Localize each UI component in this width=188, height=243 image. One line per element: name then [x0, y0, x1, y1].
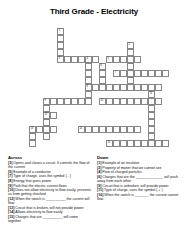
- grid-cell[interactable]: [120, 70, 127, 77]
- grid-cell[interactable]: [162, 70, 169, 77]
- grid-cell[interactable]: [148, 70, 155, 77]
- clue-item: [6] Charges that are the ______________ …: [97, 175, 184, 183]
- grid-cell[interactable]: [113, 126, 120, 133]
- clue-item: [11] Type of charge, uses the symbol ( +…: [97, 188, 184, 192]
- clue-text: Energy that gives power: [13, 179, 51, 183]
- clue-text: Property of matter that we cannot see: [102, 166, 161, 170]
- grid-cell[interactable]: [106, 84, 113, 91]
- clue-text: Type of charge, uses the symbol ( + ): [104, 188, 162, 192]
- grid-cell[interactable]: 3: [57, 56, 64, 63]
- grid-cell[interactable]: 15: [106, 140, 113, 147]
- grid-cell[interactable]: [43, 133, 50, 140]
- clue-item: [8] Energy that gives power: [8, 179, 91, 183]
- crossword-page: Third Grade - Electricity 12345678119101…: [0, 0, 188, 243]
- clue-text: Circuit that is broken, will not provide…: [15, 206, 83, 210]
- grid-cell[interactable]: [155, 140, 162, 147]
- grid-cell[interactable]: 11: [148, 91, 155, 98]
- grid-cell[interactable]: [113, 56, 120, 63]
- clue-item: [14] Allows electricity to flow easily: [8, 210, 91, 214]
- grid-cell[interactable]: [127, 126, 134, 133]
- grid-cell[interactable]: [50, 98, 57, 105]
- across-list: [3] Opens and closes a circuit. It contr…: [8, 161, 91, 223]
- grid-cell[interactable]: [85, 126, 92, 133]
- grid-cell[interactable]: [92, 56, 99, 63]
- clue-item: [5] Example of a conductor: [8, 170, 91, 174]
- grid-cell[interactable]: [99, 126, 106, 133]
- grid-cell[interactable]: [92, 126, 99, 133]
- clues-section: Across [3] Opens and closes a circuit. I…: [0, 155, 188, 224]
- grid-cell[interactable]: [64, 98, 71, 105]
- clue-number: 4: [86, 57, 87, 60]
- grid-cell[interactable]: [99, 70, 106, 77]
- clue-item: [10] Does not allow electricity to flow …: [8, 188, 91, 196]
- clue-item: [1] Example of an insulator: [97, 161, 184, 165]
- grid-cell[interactable]: [148, 133, 155, 140]
- grid-cell[interactable]: [92, 84, 99, 91]
- clue-number: 10: [100, 99, 103, 102]
- grid-cell[interactable]: [141, 84, 148, 91]
- grid-cell[interactable]: 7: [113, 70, 120, 77]
- clue-text: When the switch is _______ the current c…: [97, 193, 178, 201]
- grid-cell[interactable]: [134, 98, 141, 105]
- grid-cell[interactable]: [71, 56, 78, 63]
- down-list: [1] Example of an insulator[2] Property …: [97, 161, 184, 201]
- grid-cell[interactable]: [155, 98, 162, 105]
- clue-number: 1: [58, 29, 59, 32]
- grid-cell[interactable]: 6: [99, 63, 106, 70]
- clue-number: 6: [100, 64, 101, 67]
- grid-cell[interactable]: [127, 56, 134, 63]
- clue-number: 3: [58, 57, 59, 60]
- grid-cell[interactable]: [113, 84, 120, 91]
- grid-cell[interactable]: [113, 98, 120, 105]
- grid-cell[interactable]: [127, 63, 134, 70]
- clue-item: [7] Type of charge, uses the symbol ( - …: [8, 174, 91, 178]
- grid-cell[interactable]: [134, 56, 141, 63]
- grid-cell[interactable]: [155, 84, 162, 91]
- grid-cell[interactable]: [99, 77, 106, 84]
- grid-cell[interactable]: 14: [78, 126, 85, 133]
- clue-item: [13] Circuit that is broken, will not pr…: [8, 206, 91, 210]
- grid-cell[interactable]: [78, 98, 85, 105]
- grid-cell[interactable]: [85, 70, 92, 77]
- grid-cell[interactable]: [113, 140, 120, 147]
- grid-cell[interactable]: [85, 77, 92, 84]
- grid-cell[interactable]: 1: [57, 28, 64, 35]
- grid-cell[interactable]: [141, 70, 148, 77]
- grid-cell[interactable]: [141, 98, 148, 105]
- grid-cell[interactable]: [120, 98, 127, 105]
- down-header: Down: [97, 155, 184, 160]
- grid-cell[interactable]: [29, 133, 36, 140]
- grid-cell[interactable]: [162, 140, 169, 147]
- grid-cell[interactable]: 9: [43, 98, 50, 105]
- clue-number: 2: [128, 43, 129, 46]
- clue-item: [4] Flow of charged particles: [97, 170, 184, 174]
- clue-text: Path that the electric current flows: [13, 184, 66, 188]
- grid-cell[interactable]: [85, 91, 92, 98]
- grid-cell[interactable]: [148, 112, 155, 119]
- grid-cell[interactable]: [127, 49, 134, 56]
- grid-cell[interactable]: [127, 77, 134, 84]
- clue-text: Circuit that is unbroken, will provide p…: [102, 184, 168, 188]
- grid-cell[interactable]: 13: [29, 126, 36, 133]
- clue-text: Example of a conductor: [13, 170, 50, 174]
- grid-cell[interactable]: [127, 140, 134, 147]
- grid-cell[interactable]: 12: [43, 112, 50, 119]
- grid-cell[interactable]: [85, 63, 92, 70]
- grid-cell[interactable]: 2: [127, 42, 134, 49]
- grid-cell[interactable]: [57, 35, 64, 42]
- clue-item: [15] Charges that are __________ will co…: [8, 215, 91, 223]
- grid-cell[interactable]: [106, 126, 113, 133]
- grid-cell[interactable]: [120, 140, 127, 147]
- grid-cell[interactable]: [134, 70, 141, 77]
- grid-cell[interactable]: [99, 84, 106, 91]
- clue-text: Allows electricity to flow easily: [15, 210, 62, 214]
- grid-cell[interactable]: [85, 98, 92, 105]
- grid-cell[interactable]: [78, 56, 85, 63]
- clue-item: [2] Property of matter that we cannot se…: [97, 166, 184, 170]
- grid-cell[interactable]: [120, 126, 127, 133]
- grid-cell[interactable]: [148, 140, 155, 147]
- grid-cell[interactable]: [148, 119, 155, 126]
- grid-cell[interactable]: 10: [99, 98, 106, 105]
- page-title: Third Grade - Electricity: [0, 7, 188, 16]
- clue-number: 12: [44, 113, 47, 116]
- grid-cell[interactable]: 8: [85, 84, 92, 91]
- across-section: Across [3] Opens and closes a circuit. I…: [0, 155, 94, 224]
- grid-cell[interactable]: [148, 126, 155, 133]
- grid-cell[interactable]: [127, 98, 134, 105]
- down-section: Down [1] Example of an insulator[2] Prop…: [94, 155, 188, 224]
- clue-number: 5: [107, 57, 108, 60]
- clue-item: [12] When the switch is __________ the c…: [8, 197, 91, 205]
- grid-cell[interactable]: 5: [106, 56, 113, 63]
- clue-number: 9: [44, 99, 45, 102]
- grid-cell[interactable]: [134, 126, 141, 133]
- grid-cell[interactable]: [43, 126, 50, 133]
- clue-item: [3] Opens and closes a circuit. It contr…: [8, 161, 91, 169]
- across-header: Across: [8, 155, 91, 160]
- clue-item: [9] Circuit that is unbroken, will provi…: [97, 184, 184, 188]
- grid-cell[interactable]: [127, 70, 134, 77]
- clue-text: Type of charge, uses the symbol ( - ): [13, 174, 71, 178]
- clue-text: When the switch is __________ the curren…: [8, 197, 89, 205]
- clue-text: Flow of charged particles: [102, 170, 141, 174]
- grid-cell[interactable]: [141, 140, 148, 147]
- clue-number: 8: [86, 85, 87, 88]
- grid-cell[interactable]: [155, 70, 162, 77]
- grid-cell[interactable]: [134, 140, 141, 147]
- clue-text: Example of an insulator: [102, 161, 139, 165]
- clue-text: Charges that are __________ will come to…: [8, 215, 78, 223]
- clue-number: 11: [149, 92, 152, 95]
- clue-number: 7: [114, 71, 115, 74]
- grid-cell[interactable]: [134, 84, 141, 91]
- clue-item: [16] When the switch is _______ the curr…: [97, 193, 184, 201]
- clue-text: Opens and closes a circuit. It controls …: [8, 161, 89, 169]
- clue-item: [9] Path that the electric current flows: [8, 184, 91, 188]
- grid-cell[interactable]: [57, 98, 64, 105]
- crossword-grid: 123456781191012131415: [8, 28, 169, 147]
- grid-cell[interactable]: [106, 98, 113, 105]
- grid-cell[interactable]: [148, 84, 155, 91]
- clue-number: 15: [107, 141, 110, 144]
- grid-cell[interactable]: [57, 49, 64, 56]
- grid-cell[interactable]: [71, 98, 78, 105]
- grid-cell[interactable]: [29, 140, 36, 147]
- grid-cell[interactable]: 4: [85, 56, 92, 63]
- clue-number: 14: [79, 127, 82, 130]
- grid-cell[interactable]: [57, 42, 64, 49]
- clue-number: 13: [30, 127, 33, 130]
- clue-text: Charges that are the ______________ will…: [97, 175, 178, 183]
- grid-cell[interactable]: [120, 56, 127, 63]
- clue-text: Does not allow electricity to flow easil…: [8, 188, 91, 196]
- grid-cell[interactable]: [43, 119, 50, 126]
- grid-cell[interactable]: [64, 56, 71, 63]
- grid-cell[interactable]: [127, 84, 134, 91]
- grid-cell[interactable]: [148, 105, 155, 112]
- grid-cell[interactable]: [120, 84, 127, 91]
- grid-cell[interactable]: [50, 126, 57, 133]
- grid-cell[interactable]: [43, 105, 50, 112]
- grid-cell[interactable]: [148, 98, 155, 105]
- grid-cell[interactable]: [50, 112, 57, 119]
- grid-cell[interactable]: [36, 126, 43, 133]
